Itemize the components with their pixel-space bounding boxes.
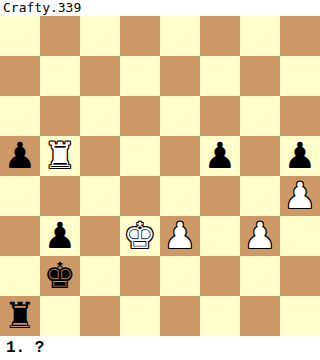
black-rook[interactable]: ♜: [4, 296, 36, 336]
square-f7[interactable]: [200, 56, 240, 96]
square-c2[interactable]: [80, 256, 120, 296]
square-a7[interactable]: [0, 56, 40, 96]
square-e7[interactable]: [160, 56, 200, 96]
square-d6[interactable]: [120, 96, 160, 136]
white-pawn[interactable]: ♟: [164, 216, 196, 256]
square-a4[interactable]: [0, 176, 40, 216]
square-g3[interactable]: ♟: [240, 216, 280, 256]
square-c3[interactable]: [80, 216, 120, 256]
square-d5[interactable]: [120, 136, 160, 176]
square-g7[interactable]: [240, 56, 280, 96]
chess-board[interactable]: ♟♜♟♟♟♟♚♟♟♚♜: [0, 16, 320, 336]
square-a5[interactable]: ♟: [0, 136, 40, 176]
square-h7[interactable]: [280, 56, 320, 96]
square-g4[interactable]: [240, 176, 280, 216]
black-pawn[interactable]: ♟: [204, 136, 236, 176]
square-e2[interactable]: [160, 256, 200, 296]
square-c8[interactable]: [80, 16, 120, 56]
square-a6[interactable]: [0, 96, 40, 136]
square-c1[interactable]: [80, 296, 120, 336]
square-h3[interactable]: [280, 216, 320, 256]
square-a3[interactable]: [0, 216, 40, 256]
square-f6[interactable]: [200, 96, 240, 136]
square-d3[interactable]: ♚: [120, 216, 160, 256]
white-rook[interactable]: ♜: [44, 136, 76, 176]
square-f2[interactable]: [200, 256, 240, 296]
square-b8[interactable]: [40, 16, 80, 56]
square-h8[interactable]: [280, 16, 320, 56]
square-e6[interactable]: [160, 96, 200, 136]
square-b2[interactable]: ♚: [40, 256, 80, 296]
square-h6[interactable]: [280, 96, 320, 136]
crafty-window: Crafty.339 ♟♜♟♟♟♟♚♟♟♚♜ 1. ?: [0, 0, 320, 360]
square-e8[interactable]: [160, 16, 200, 56]
square-c4[interactable]: [80, 176, 120, 216]
square-b5[interactable]: ♜: [40, 136, 80, 176]
move-prompt: 1. ?: [0, 336, 320, 360]
white-king[interactable]: ♚: [124, 216, 156, 256]
square-c7[interactable]: [80, 56, 120, 96]
square-f8[interactable]: [200, 16, 240, 56]
square-e1[interactable]: [160, 296, 200, 336]
square-e5[interactable]: [160, 136, 200, 176]
square-b6[interactable]: [40, 96, 80, 136]
square-g6[interactable]: [240, 96, 280, 136]
square-b3[interactable]: ♟: [40, 216, 80, 256]
square-h2[interactable]: [280, 256, 320, 296]
square-h5[interactable]: ♟: [280, 136, 320, 176]
square-d8[interactable]: [120, 16, 160, 56]
square-a2[interactable]: [0, 256, 40, 296]
square-f5[interactable]: ♟: [200, 136, 240, 176]
black-king[interactable]: ♚: [44, 256, 76, 296]
black-pawn[interactable]: ♟: [4, 136, 36, 176]
white-pawn[interactable]: ♟: [284, 176, 316, 216]
square-c6[interactable]: [80, 96, 120, 136]
square-h1[interactable]: [280, 296, 320, 336]
square-b7[interactable]: [40, 56, 80, 96]
square-b1[interactable]: [40, 296, 80, 336]
square-a8[interactable]: [0, 16, 40, 56]
square-f1[interactable]: [200, 296, 240, 336]
square-f3[interactable]: [200, 216, 240, 256]
square-d1[interactable]: [120, 296, 160, 336]
square-b4[interactable]: [40, 176, 80, 216]
square-g2[interactable]: [240, 256, 280, 296]
black-pawn[interactable]: ♟: [44, 216, 76, 256]
square-e4[interactable]: [160, 176, 200, 216]
square-f4[interactable]: [200, 176, 240, 216]
square-h4[interactable]: ♟: [280, 176, 320, 216]
square-g5[interactable]: [240, 136, 280, 176]
square-g1[interactable]: [240, 296, 280, 336]
white-pawn[interactable]: ♟: [244, 216, 276, 256]
square-g8[interactable]: [240, 16, 280, 56]
square-d2[interactable]: [120, 256, 160, 296]
square-d7[interactable]: [120, 56, 160, 96]
square-e3[interactable]: ♟: [160, 216, 200, 256]
black-pawn[interactable]: ♟: [284, 136, 316, 176]
square-a1[interactable]: ♜: [0, 296, 40, 336]
square-c5[interactable]: [80, 136, 120, 176]
window-title: Crafty.339: [0, 0, 320, 16]
square-d4[interactable]: [120, 176, 160, 216]
